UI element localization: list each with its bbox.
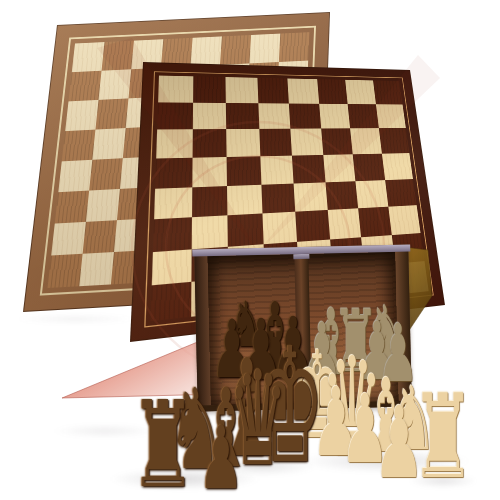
board-square (317, 79, 348, 104)
board-square (192, 157, 227, 187)
board-square (65, 100, 98, 131)
board-square (350, 128, 381, 154)
board-square (325, 181, 358, 210)
board-square (191, 186, 227, 218)
board-square (287, 78, 318, 103)
board-square (192, 102, 226, 129)
chess-piece-light-pawn: ♟ (356, 393, 443, 492)
chess-piece-dark-rook: ♜ (117, 386, 210, 500)
ground-shadow (110, 468, 260, 490)
board-square (154, 187, 192, 219)
board-square (58, 160, 92, 192)
board-square (258, 103, 290, 129)
board-square (83, 220, 117, 254)
board-square (55, 191, 89, 224)
board-square (193, 76, 226, 102)
board-square (348, 104, 379, 129)
ground-shadow (409, 474, 477, 488)
board-square (152, 249, 191, 286)
board-square (289, 103, 321, 129)
board-square (226, 103, 259, 130)
board-square (95, 98, 128, 129)
board-square (51, 222, 86, 256)
board-square (292, 155, 325, 183)
board-square (48, 254, 83, 288)
board-square (295, 210, 329, 242)
board-square (323, 154, 356, 182)
board-square (355, 180, 388, 209)
board-square (190, 36, 221, 66)
board-square (259, 129, 292, 156)
board-square (319, 103, 350, 128)
chess-piece-dark-pawn: ♟ (178, 415, 265, 500)
board-square (257, 78, 289, 103)
board-square (225, 77, 257, 103)
ground-shadow (300, 449, 470, 473)
board-square (86, 189, 120, 222)
board-square (373, 80, 403, 104)
board-square (227, 214, 263, 247)
board-square (192, 129, 227, 157)
board-square (102, 41, 134, 71)
board-square (151, 282, 191, 321)
board-square (290, 129, 322, 156)
board-square (89, 158, 123, 190)
board-square (92, 128, 125, 160)
ground-shadow (15, 314, 135, 324)
board-square (353, 154, 385, 181)
board-square (68, 71, 101, 102)
board-square (227, 156, 261, 185)
board-square (327, 208, 361, 239)
board-square (262, 212, 297, 244)
board-square (261, 183, 295, 213)
board-square (376, 104, 406, 128)
board-square (226, 129, 260, 157)
board-square (156, 129, 192, 158)
storage-box (194, 245, 412, 412)
board-square (358, 207, 391, 237)
chess-set-product-photo: ♞♝♟♟♟♝♜♞♟♟♟♜♞♝♟♝♛♚♚♟♛♟♝♞♟♜ (0, 0, 500, 500)
board-square (62, 130, 96, 162)
board-square (153, 217, 192, 251)
board-square (79, 252, 114, 286)
board-square (321, 129, 353, 155)
board-square (72, 42, 105, 72)
board-square (158, 76, 193, 103)
board-square (381, 153, 412, 180)
ground-shadow (207, 456, 317, 476)
board-square (99, 69, 132, 100)
board-square (260, 155, 294, 184)
board-square (220, 35, 251, 65)
board-square (227, 184, 262, 215)
board-square (191, 215, 228, 249)
board-square (385, 179, 417, 207)
board-square (279, 32, 310, 62)
board-square (388, 205, 421, 235)
board-square (249, 34, 280, 64)
ground-shadow (53, 424, 157, 438)
board-square (378, 128, 409, 153)
board-square (155, 158, 192, 189)
board-square (157, 102, 192, 130)
board-square (345, 80, 375, 104)
board-square (294, 182, 328, 212)
